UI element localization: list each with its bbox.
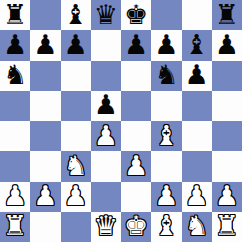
square-d6[interactable]: [91, 61, 121, 91]
white-king[interactable]: ♚: [124, 212, 148, 239]
square-b3[interactable]: [30, 151, 60, 181]
square-c8[interactable]: ♝: [61, 0, 91, 30]
square-a1[interactable]: ♜: [0, 212, 30, 242]
square-f3[interactable]: [151, 151, 181, 181]
black-queen[interactable]: ♛: [94, 1, 118, 28]
black-king[interactable]: ♚: [124, 1, 148, 28]
white-bishop[interactable]: ♝: [154, 212, 178, 239]
square-e5[interactable]: [121, 91, 151, 121]
square-f2[interactable]: ♟: [151, 182, 181, 212]
square-b7[interactable]: ♟: [30, 30, 60, 60]
square-h4[interactable]: [212, 121, 242, 151]
square-h6[interactable]: [212, 61, 242, 91]
square-e8[interactable]: ♚: [121, 0, 151, 30]
square-g1[interactable]: ♞: [182, 212, 212, 242]
white-pawn[interactable]: ♟: [33, 182, 57, 209]
chess-board: ♜♝♛♚♜♟♟♟♟♟♝♟♞♞♟♟♟♝♞♟♟♟♟♟♟♟♜♛♚♝♞♜: [0, 0, 242, 242]
black-pawn[interactable]: ♟: [154, 31, 178, 58]
white-pawn[interactable]: ♟: [64, 182, 88, 209]
white-pawn[interactable]: ♟: [154, 182, 178, 209]
white-rook[interactable]: ♜: [3, 212, 27, 239]
white-pawn[interactable]: ♟: [185, 182, 209, 209]
square-b2[interactable]: ♟: [30, 182, 60, 212]
square-g6[interactable]: ♟: [182, 61, 212, 91]
square-a4[interactable]: [0, 121, 30, 151]
square-c3[interactable]: ♞: [61, 151, 91, 181]
square-b6[interactable]: [30, 61, 60, 91]
square-h1[interactable]: ♜: [212, 212, 242, 242]
square-h3[interactable]: [212, 151, 242, 181]
square-a7[interactable]: ♟: [0, 30, 30, 60]
black-knight[interactable]: ♞: [154, 61, 178, 88]
square-c5[interactable]: [61, 91, 91, 121]
square-b4[interactable]: [30, 121, 60, 151]
square-h7[interactable]: ♟: [212, 30, 242, 60]
square-d8[interactable]: ♛: [91, 0, 121, 30]
black-pawn[interactable]: ♟: [33, 31, 57, 58]
black-bishop[interactable]: ♝: [64, 1, 88, 28]
black-pawn[interactable]: ♟: [64, 31, 88, 58]
square-a6[interactable]: ♞: [0, 61, 30, 91]
square-e1[interactable]: ♚: [121, 212, 151, 242]
square-a2[interactable]: ♟: [0, 182, 30, 212]
square-c7[interactable]: ♟: [61, 30, 91, 60]
square-c6[interactable]: [61, 61, 91, 91]
square-c2[interactable]: ♟: [61, 182, 91, 212]
square-f6[interactable]: ♞: [151, 61, 181, 91]
square-f1[interactable]: ♝: [151, 212, 181, 242]
black-pawn[interactable]: ♟: [94, 91, 118, 118]
square-a8[interactable]: ♜: [0, 0, 30, 30]
square-f7[interactable]: ♟: [151, 30, 181, 60]
black-pawn[interactable]: ♟: [124, 31, 148, 58]
square-e2[interactable]: [121, 182, 151, 212]
square-e7[interactable]: ♟: [121, 30, 151, 60]
square-d3[interactable]: [91, 151, 121, 181]
square-c4[interactable]: [61, 121, 91, 151]
square-d2[interactable]: [91, 182, 121, 212]
square-a3[interactable]: [0, 151, 30, 181]
black-knight[interactable]: ♞: [3, 61, 27, 88]
square-f5[interactable]: [151, 91, 181, 121]
square-h2[interactable]: ♟: [212, 182, 242, 212]
square-f8[interactable]: [151, 0, 181, 30]
white-knight[interactable]: ♞: [185, 212, 209, 239]
black-bishop[interactable]: ♝: [185, 31, 209, 58]
square-g8[interactable]: [182, 0, 212, 30]
square-g4[interactable]: [182, 121, 212, 151]
white-bishop[interactable]: ♝: [154, 122, 178, 149]
square-b5[interactable]: [30, 91, 60, 121]
square-b8[interactable]: [30, 0, 60, 30]
square-c1[interactable]: [61, 212, 91, 242]
square-d5[interactable]: ♟: [91, 91, 121, 121]
white-pawn[interactable]: ♟: [3, 182, 27, 209]
white-queen[interactable]: ♛: [94, 212, 118, 239]
square-e4[interactable]: [121, 121, 151, 151]
square-g3[interactable]: [182, 151, 212, 181]
square-d1[interactable]: ♛: [91, 212, 121, 242]
white-pawn[interactable]: ♟: [215, 182, 239, 209]
square-e6[interactable]: [121, 61, 151, 91]
black-rook[interactable]: ♜: [3, 1, 27, 28]
square-h8[interactable]: ♜: [212, 0, 242, 30]
square-g2[interactable]: ♟: [182, 182, 212, 212]
square-d7[interactable]: [91, 30, 121, 60]
white-pawn[interactable]: ♟: [94, 122, 118, 149]
white-rook[interactable]: ♜: [215, 212, 239, 239]
white-knight[interactable]: ♞: [64, 152, 88, 179]
black-rook[interactable]: ♜: [215, 1, 239, 28]
black-pawn[interactable]: ♟: [215, 31, 239, 58]
square-g7[interactable]: ♝: [182, 30, 212, 60]
square-h5[interactable]: [212, 91, 242, 121]
square-d4[interactable]: ♟: [91, 121, 121, 151]
white-pawn[interactable]: ♟: [124, 152, 148, 179]
black-pawn[interactable]: ♟: [185, 61, 209, 88]
square-e3[interactable]: ♟: [121, 151, 151, 181]
square-f4[interactable]: ♝: [151, 121, 181, 151]
square-g5[interactable]: [182, 91, 212, 121]
black-pawn[interactable]: ♟: [3, 31, 27, 58]
square-b1[interactable]: [30, 212, 60, 242]
square-a5[interactable]: [0, 91, 30, 121]
